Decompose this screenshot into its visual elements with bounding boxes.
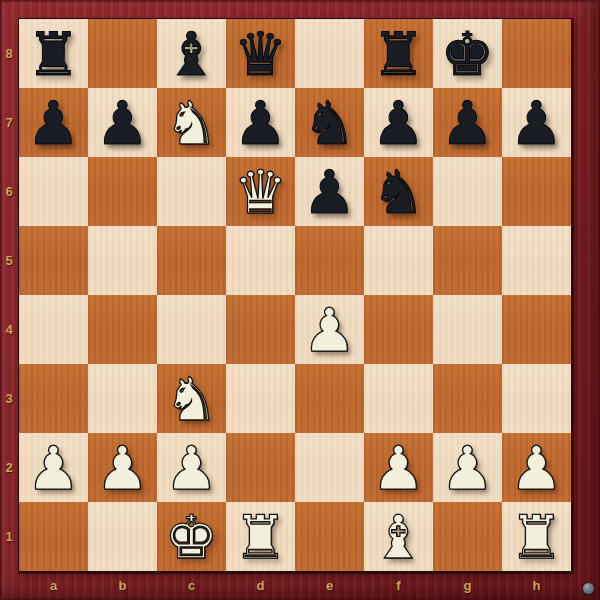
rank-label-8: 8	[0, 19, 18, 88]
file-label-f: f	[364, 572, 433, 598]
file-label-a: a	[19, 572, 88, 598]
piece-white-pawn[interactable]: ♟	[165, 438, 219, 498]
piece-black-pawn[interactable]: ♟	[372, 93, 426, 153]
piece-white-bishop[interactable]: ♝	[372, 507, 426, 567]
square-d3[interactable]	[226, 364, 295, 433]
rank-label-2: 2	[0, 433, 18, 502]
square-h1[interactable]: ♜	[502, 502, 571, 571]
rank-label-4: 4	[0, 295, 18, 364]
square-e8[interactable]	[295, 19, 364, 88]
file-labels: a b c d e f g h	[19, 572, 571, 598]
square-f4[interactable]	[364, 295, 433, 364]
piece-white-knight[interactable]: ♞	[165, 93, 219, 153]
square-d1[interactable]: ♜	[226, 502, 295, 571]
square-a2[interactable]: ♟	[19, 433, 88, 502]
file-label-h: h	[502, 572, 571, 598]
square-c8[interactable]: ♝	[157, 19, 226, 88]
piece-black-knight[interactable]: ♞	[372, 162, 426, 222]
square-h5[interactable]	[502, 226, 571, 295]
square-e4[interactable]: ♟	[295, 295, 364, 364]
square-a1[interactable]	[19, 502, 88, 571]
square-g2[interactable]: ♟	[433, 433, 502, 502]
corner-dot	[583, 583, 594, 594]
chessboard-window: ♜♝♛♜♚♟♟♞♟♞♟♟♟♛♟♞♟♞♟♟♟♟♟♟♚♜♝♜ 8 7 6 5 4 3…	[0, 0, 600, 600]
rank-label-1: 1	[0, 502, 18, 571]
square-b4[interactable]	[88, 295, 157, 364]
piece-black-knight[interactable]: ♞	[303, 93, 357, 153]
square-f7[interactable]: ♟	[364, 88, 433, 157]
square-c3[interactable]: ♞	[157, 364, 226, 433]
square-e2[interactable]	[295, 433, 364, 502]
square-e7[interactable]: ♞	[295, 88, 364, 157]
piece-black-pawn[interactable]: ♟	[441, 93, 495, 153]
square-h8[interactable]	[502, 19, 571, 88]
square-b7[interactable]: ♟	[88, 88, 157, 157]
square-c1[interactable]: ♚	[157, 502, 226, 571]
file-label-g: g	[433, 572, 502, 598]
square-g6[interactable]	[433, 157, 502, 226]
square-f5[interactable]	[364, 226, 433, 295]
square-g1[interactable]	[433, 502, 502, 571]
piece-white-pawn[interactable]: ♟	[27, 438, 81, 498]
square-f8[interactable]: ♜	[364, 19, 433, 88]
square-d7[interactable]: ♟	[226, 88, 295, 157]
piece-white-rook[interactable]: ♜	[234, 507, 288, 567]
square-b5[interactable]	[88, 226, 157, 295]
square-d8[interactable]: ♛	[226, 19, 295, 88]
piece-black-pawn[interactable]: ♟	[510, 93, 564, 153]
piece-black-bishop[interactable]: ♝	[165, 24, 219, 84]
piece-white-king[interactable]: ♚	[165, 507, 219, 567]
square-c7[interactable]: ♞	[157, 88, 226, 157]
square-b1[interactable]	[88, 502, 157, 571]
square-h4[interactable]	[502, 295, 571, 364]
square-f1[interactable]: ♝	[364, 502, 433, 571]
rank-label-6: 6	[0, 157, 18, 226]
square-g8[interactable]: ♚	[433, 19, 502, 88]
square-g7[interactable]: ♟	[433, 88, 502, 157]
square-a8[interactable]: ♜	[19, 19, 88, 88]
square-c4[interactable]	[157, 295, 226, 364]
file-label-d: d	[226, 572, 295, 598]
square-b3[interactable]	[88, 364, 157, 433]
square-e5[interactable]	[295, 226, 364, 295]
square-e3[interactable]	[295, 364, 364, 433]
square-g3[interactable]	[433, 364, 502, 433]
piece-black-pawn[interactable]: ♟	[303, 162, 357, 222]
file-label-c: c	[157, 572, 226, 598]
piece-white-pawn[interactable]: ♟	[303, 300, 357, 360]
square-c5[interactable]	[157, 226, 226, 295]
square-c2[interactable]: ♟	[157, 433, 226, 502]
piece-white-queen[interactable]: ♛	[234, 162, 288, 222]
piece-black-pawn[interactable]: ♟	[27, 93, 81, 153]
square-a5[interactable]	[19, 226, 88, 295]
square-f3[interactable]	[364, 364, 433, 433]
square-a6[interactable]	[19, 157, 88, 226]
piece-white-rook[interactable]: ♜	[510, 507, 564, 567]
square-f2[interactable]: ♟	[364, 433, 433, 502]
square-h3[interactable]	[502, 364, 571, 433]
square-h6[interactable]	[502, 157, 571, 226]
rank-label-7: 7	[0, 88, 18, 157]
piece-black-queen[interactable]: ♛	[234, 24, 288, 84]
file-label-b: b	[88, 572, 157, 598]
square-d5[interactable]	[226, 226, 295, 295]
piece-white-pawn[interactable]: ♟	[510, 438, 564, 498]
square-a3[interactable]	[19, 364, 88, 433]
square-b6[interactable]	[88, 157, 157, 226]
square-c6[interactable]	[157, 157, 226, 226]
piece-white-pawn[interactable]: ♟	[372, 438, 426, 498]
piece-white-pawn[interactable]: ♟	[96, 438, 150, 498]
square-a7[interactable]: ♟	[19, 88, 88, 157]
square-e1[interactable]	[295, 502, 364, 571]
piece-black-rook[interactable]: ♜	[27, 24, 81, 84]
square-h2[interactable]: ♟	[502, 433, 571, 502]
square-d6[interactable]: ♛	[226, 157, 295, 226]
square-e6[interactable]: ♟	[295, 157, 364, 226]
square-g4[interactable]	[433, 295, 502, 364]
piece-white-pawn[interactable]: ♟	[441, 438, 495, 498]
rank-label-3: 3	[0, 364, 18, 433]
square-b2[interactable]: ♟	[88, 433, 157, 502]
piece-white-knight[interactable]: ♞	[165, 369, 219, 429]
piece-black-pawn[interactable]: ♟	[234, 93, 288, 153]
file-label-e: e	[295, 572, 364, 598]
square-f6[interactable]: ♞	[364, 157, 433, 226]
square-a4[interactable]	[19, 295, 88, 364]
square-h7[interactable]: ♟	[502, 88, 571, 157]
rank-label-5: 5	[0, 226, 18, 295]
piece-black-king[interactable]: ♚	[441, 24, 495, 84]
piece-black-rook[interactable]: ♜	[372, 24, 426, 84]
board: ♜♝♛♜♚♟♟♞♟♞♟♟♟♛♟♞♟♞♟♟♟♟♟♟♚♜♝♜	[18, 18, 572, 572]
square-b8[interactable]	[88, 19, 157, 88]
piece-black-pawn[interactable]: ♟	[96, 93, 150, 153]
square-g5[interactable]	[433, 226, 502, 295]
square-d4[interactable]	[226, 295, 295, 364]
square-d2[interactable]	[226, 433, 295, 502]
rank-labels: 8 7 6 5 4 3 2 1	[0, 19, 18, 571]
